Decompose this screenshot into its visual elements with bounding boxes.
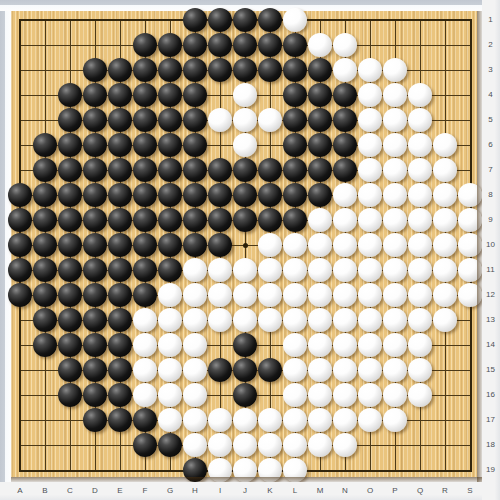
column-label: A (12, 485, 28, 497)
black-stone (258, 33, 282, 57)
black-stone (133, 283, 157, 307)
white-stone (358, 208, 382, 232)
white-stone (358, 258, 382, 282)
black-stone (108, 308, 132, 332)
white-stone (433, 183, 457, 207)
row-label: 2 (482, 40, 499, 50)
white-stone (183, 408, 207, 432)
white-stone (158, 308, 182, 332)
row-label: 7 (482, 165, 499, 175)
black-stone (133, 258, 157, 282)
black-stone (158, 83, 182, 107)
black-stone (158, 183, 182, 207)
black-stone (308, 183, 332, 207)
black-stone (133, 158, 157, 182)
black-stone (8, 233, 32, 257)
white-stone (408, 133, 432, 157)
white-stone (233, 258, 257, 282)
black-stone (58, 108, 82, 132)
white-stone (383, 333, 407, 357)
white-stone (308, 258, 332, 282)
white-stone (258, 308, 282, 332)
black-stone (108, 83, 132, 107)
column-label: M (312, 485, 328, 497)
white-stone (433, 158, 457, 182)
black-stone (333, 133, 357, 157)
row-label: 3 (482, 65, 499, 75)
black-stone (208, 33, 232, 57)
black-stone (33, 283, 57, 307)
row-label: 15 (482, 365, 499, 375)
column-label: K (262, 485, 278, 497)
black-stone (258, 208, 282, 232)
row-label: 5 (482, 115, 499, 125)
white-stone (208, 408, 232, 432)
white-stone (383, 83, 407, 107)
white-stone (383, 183, 407, 207)
white-stone (183, 383, 207, 407)
white-stone (383, 408, 407, 432)
black-stone (108, 383, 132, 407)
row-label: 10 (482, 240, 499, 250)
black-stone (158, 33, 182, 57)
white-stone (183, 283, 207, 307)
white-stone (308, 308, 332, 332)
black-stone (108, 258, 132, 282)
black-stone (308, 133, 332, 157)
white-stone (333, 408, 357, 432)
white-stone (383, 233, 407, 257)
black-stone (108, 108, 132, 132)
black-stone (208, 158, 232, 182)
white-stone (233, 108, 257, 132)
column-label: O (362, 485, 378, 497)
white-stone (308, 358, 332, 382)
row-label: 13 (482, 315, 499, 325)
black-stone (183, 33, 207, 57)
black-stone (33, 133, 57, 157)
black-stone (133, 108, 157, 132)
black-stone (133, 408, 157, 432)
white-stone (333, 283, 357, 307)
white-stone (358, 383, 382, 407)
black-stone (83, 108, 107, 132)
black-stone (33, 233, 57, 257)
black-stone (108, 158, 132, 182)
column-label: D (87, 485, 103, 497)
black-stone (133, 83, 157, 107)
white-stone (183, 258, 207, 282)
white-stone (208, 283, 232, 307)
black-stone (33, 158, 57, 182)
black-stone (108, 333, 132, 357)
row-label: 4 (482, 90, 499, 100)
black-stone (233, 33, 257, 57)
go-board[interactable] (11, 11, 477, 477)
column-label: E (112, 485, 128, 497)
black-stone (108, 208, 132, 232)
white-stone (408, 183, 432, 207)
white-stone (308, 233, 332, 257)
black-stone (33, 183, 57, 207)
white-stone (258, 258, 282, 282)
black-stone (58, 183, 82, 207)
white-stone (383, 108, 407, 132)
row-label: 18 (482, 440, 499, 450)
white-stone (333, 233, 357, 257)
black-stone (308, 58, 332, 82)
white-stone (433, 208, 457, 232)
black-stone (183, 8, 207, 32)
white-stone (308, 283, 332, 307)
white-stone (308, 383, 332, 407)
column-label: B (37, 485, 53, 497)
black-stone (183, 58, 207, 82)
black-stone (33, 208, 57, 232)
row-coordinate-strip (482, 0, 500, 500)
black-stone (83, 133, 107, 157)
white-stone (433, 133, 457, 157)
black-stone (208, 233, 232, 257)
black-stone (258, 58, 282, 82)
white-stone (233, 283, 257, 307)
white-stone (258, 433, 282, 457)
white-stone (233, 308, 257, 332)
white-stone (283, 233, 307, 257)
black-stone (233, 158, 257, 182)
black-stone (283, 108, 307, 132)
white-stone (158, 283, 182, 307)
black-stone (233, 183, 257, 207)
black-stone (83, 83, 107, 107)
black-stone (333, 108, 357, 132)
black-stone (158, 58, 182, 82)
white-stone (383, 283, 407, 307)
white-stone (183, 333, 207, 357)
black-stone (108, 408, 132, 432)
row-label: 16 (482, 390, 499, 400)
white-stone (133, 333, 157, 357)
black-stone (133, 208, 157, 232)
white-stone (358, 183, 382, 207)
white-stone (158, 333, 182, 357)
column-label: N (337, 485, 353, 497)
black-stone (58, 83, 82, 107)
white-stone (358, 158, 382, 182)
column-label: G (162, 485, 178, 497)
black-stone (158, 208, 182, 232)
white-stone (358, 408, 382, 432)
black-stone (183, 108, 207, 132)
white-stone (233, 408, 257, 432)
row-label: 6 (482, 140, 499, 150)
white-stone (308, 33, 332, 57)
white-stone (183, 308, 207, 332)
white-stone (408, 108, 432, 132)
black-stone (233, 8, 257, 32)
black-stone (83, 408, 107, 432)
black-stone (8, 208, 32, 232)
black-stone (108, 233, 132, 257)
white-stone (358, 108, 382, 132)
black-stone (133, 433, 157, 457)
white-stone (283, 383, 307, 407)
white-stone (408, 308, 432, 332)
white-stone (408, 258, 432, 282)
panel-bevel-left (0, 11, 11, 500)
black-stone (183, 158, 207, 182)
white-stone (408, 83, 432, 107)
white-stone (358, 83, 382, 107)
star-point (243, 243, 248, 248)
black-stone (183, 133, 207, 157)
white-stone (258, 408, 282, 432)
white-stone (383, 308, 407, 332)
black-stone (208, 8, 232, 32)
black-stone (208, 58, 232, 82)
white-stone (383, 258, 407, 282)
black-stone (133, 183, 157, 207)
white-stone (333, 433, 357, 457)
black-stone (133, 33, 157, 57)
black-stone (183, 83, 207, 107)
black-stone (133, 233, 157, 257)
black-stone (233, 383, 257, 407)
black-stone (83, 58, 107, 82)
white-stone (283, 258, 307, 282)
black-stone (258, 183, 282, 207)
white-stone (358, 333, 382, 357)
black-stone (83, 333, 107, 357)
black-stone (58, 133, 82, 157)
black-stone (158, 158, 182, 182)
black-stone (58, 208, 82, 232)
black-stone (108, 58, 132, 82)
white-stone (283, 8, 307, 32)
row-label: 12 (482, 290, 499, 300)
black-stone (208, 208, 232, 232)
black-stone (108, 283, 132, 307)
black-stone (233, 333, 257, 357)
white-stone (133, 358, 157, 382)
white-stone (358, 233, 382, 257)
black-stone (158, 233, 182, 257)
white-stone (308, 433, 332, 457)
white-stone (408, 233, 432, 257)
row-label: 8 (482, 190, 499, 200)
white-stone (333, 58, 357, 82)
white-stone (183, 433, 207, 457)
white-stone (283, 283, 307, 307)
white-stone (158, 383, 182, 407)
column-label: L (287, 485, 303, 497)
white-stone (283, 433, 307, 457)
black-stone (283, 158, 307, 182)
column-label: S (462, 485, 478, 497)
white-stone (383, 58, 407, 82)
black-stone (58, 158, 82, 182)
white-stone (408, 383, 432, 407)
black-stone (133, 58, 157, 82)
black-stone (83, 383, 107, 407)
white-stone (183, 358, 207, 382)
white-stone (158, 408, 182, 432)
row-label: 14 (482, 340, 499, 350)
white-stone (408, 208, 432, 232)
column-label: H (187, 485, 203, 497)
column-label: F (137, 485, 153, 497)
white-stone (258, 283, 282, 307)
white-stone (333, 333, 357, 357)
black-stone (333, 158, 357, 182)
row-label: 19 (482, 465, 499, 475)
black-stone (33, 333, 57, 357)
white-stone (258, 108, 282, 132)
white-stone (358, 58, 382, 82)
white-stone (208, 258, 232, 282)
row-label: 11 (482, 265, 499, 275)
black-stone (83, 308, 107, 332)
black-stone (83, 183, 107, 207)
white-stone (408, 283, 432, 307)
column-label: P (387, 485, 403, 497)
black-stone (333, 83, 357, 107)
column-label: R (437, 485, 453, 497)
black-stone (133, 133, 157, 157)
black-stone (283, 208, 307, 232)
black-stone (58, 283, 82, 307)
black-stone (283, 83, 307, 107)
white-stone (333, 208, 357, 232)
black-stone (158, 133, 182, 157)
white-stone (158, 358, 182, 382)
black-stone (233, 358, 257, 382)
white-stone (408, 158, 432, 182)
black-stone (108, 183, 132, 207)
white-stone (358, 133, 382, 157)
black-stone (158, 108, 182, 132)
black-stone (33, 308, 57, 332)
white-stone (333, 383, 357, 407)
black-stone (158, 258, 182, 282)
black-stone (233, 58, 257, 82)
white-stone (383, 358, 407, 382)
column-label: J (237, 485, 253, 497)
black-stone (58, 358, 82, 382)
white-stone (358, 358, 382, 382)
black-stone (58, 333, 82, 357)
black-stone (208, 358, 232, 382)
white-stone (233, 433, 257, 457)
black-stone (83, 233, 107, 257)
black-stone (258, 358, 282, 382)
row-label: 17 (482, 415, 499, 425)
white-stone (308, 333, 332, 357)
white-stone (283, 308, 307, 332)
go-board-widget: 12345678910111213141516171819 ABCDEFGHIJ… (0, 0, 500, 500)
white-stone (333, 308, 357, 332)
white-stone (308, 408, 332, 432)
white-stone (283, 333, 307, 357)
white-stone (383, 133, 407, 157)
black-stone (8, 283, 32, 307)
white-stone (333, 358, 357, 382)
black-stone (8, 183, 32, 207)
white-stone (283, 408, 307, 432)
black-stone (308, 108, 332, 132)
white-stone (133, 308, 157, 332)
white-stone (408, 333, 432, 357)
white-stone (358, 283, 382, 307)
black-stone (58, 383, 82, 407)
row-label: 1 (482, 15, 499, 25)
black-stone (8, 258, 32, 282)
white-stone (383, 208, 407, 232)
column-label: Q (412, 485, 428, 497)
black-stone (58, 258, 82, 282)
white-stone (208, 308, 232, 332)
black-stone (283, 33, 307, 57)
black-stone (258, 158, 282, 182)
white-stone (208, 108, 232, 132)
white-stone (133, 383, 157, 407)
white-stone (208, 433, 232, 457)
black-stone (258, 8, 282, 32)
white-stone (258, 233, 282, 257)
black-stone (283, 58, 307, 82)
white-stone (333, 33, 357, 57)
white-stone (308, 208, 332, 232)
white-stone (383, 158, 407, 182)
black-stone (108, 358, 132, 382)
white-stone (433, 233, 457, 257)
black-stone (183, 208, 207, 232)
white-stone (433, 258, 457, 282)
black-stone (83, 283, 107, 307)
row-label: 9 (482, 215, 499, 225)
black-stone (208, 183, 232, 207)
black-stone (183, 233, 207, 257)
column-label: C (62, 485, 78, 497)
black-stone (33, 258, 57, 282)
black-stone (58, 308, 82, 332)
column-label: I (212, 485, 228, 497)
black-stone (308, 83, 332, 107)
white-stone (433, 283, 457, 307)
black-stone (158, 433, 182, 457)
white-stone (358, 308, 382, 332)
white-stone (283, 358, 307, 382)
black-stone (283, 183, 307, 207)
black-stone (283, 133, 307, 157)
black-stone (83, 208, 107, 232)
black-stone (108, 133, 132, 157)
black-stone (83, 258, 107, 282)
white-stone (433, 308, 457, 332)
black-stone (58, 233, 82, 257)
white-stone (233, 83, 257, 107)
white-stone (233, 133, 257, 157)
white-stone (408, 358, 432, 382)
black-stone (233, 208, 257, 232)
black-stone (183, 183, 207, 207)
white-stone (383, 383, 407, 407)
white-stone (333, 183, 357, 207)
white-stone (333, 258, 357, 282)
black-stone (83, 358, 107, 382)
black-stone (308, 158, 332, 182)
black-stone (83, 158, 107, 182)
